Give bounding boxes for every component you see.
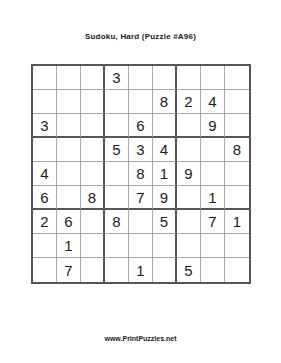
cell-r8c2[interactable]: 1 xyxy=(57,234,81,258)
cell-r1c5[interactable] xyxy=(129,66,153,90)
given-digit: 1 xyxy=(136,263,144,278)
cell-r1c8[interactable] xyxy=(201,66,225,90)
cell-r2c1[interactable] xyxy=(33,90,57,114)
cell-r7c5[interactable] xyxy=(129,210,153,234)
cell-r4c1[interactable] xyxy=(33,138,57,162)
cell-r9c8[interactable] xyxy=(201,258,225,282)
cell-r6c1[interactable]: 6 xyxy=(33,186,57,210)
cell-r7c8[interactable]: 7 xyxy=(201,210,225,234)
cell-r9c2[interactable]: 7 xyxy=(57,258,81,282)
cell-r2c4[interactable] xyxy=(105,90,129,114)
cell-r9c6[interactable] xyxy=(153,258,177,282)
given-digit: 2 xyxy=(40,214,48,229)
cell-r6c6[interactable]: 9 xyxy=(153,186,177,210)
cell-r8c6[interactable] xyxy=(153,234,177,258)
cell-r8c1[interactable] xyxy=(33,234,57,258)
cell-r9c5[interactable]: 1 xyxy=(129,258,153,282)
cell-r6c5[interactable]: 7 xyxy=(129,186,153,210)
cell-r8c7[interactable] xyxy=(177,234,201,258)
given-digit: 5 xyxy=(184,263,192,278)
given-digit: 6 xyxy=(64,214,72,229)
given-digit: 8 xyxy=(136,166,144,181)
cell-r4c7[interactable] xyxy=(177,138,201,162)
cell-r6c8[interactable]: 1 xyxy=(201,186,225,210)
given-digit: 6 xyxy=(136,118,144,133)
cell-r3c4[interactable] xyxy=(105,114,129,138)
cell-r2c9[interactable] xyxy=(225,90,249,114)
cell-r9c7[interactable]: 5 xyxy=(177,258,201,282)
cell-r1c1[interactable] xyxy=(33,66,57,90)
given-digit: 8 xyxy=(88,190,96,205)
cell-r9c4[interactable] xyxy=(105,258,129,282)
puzzle-title: Sudoku, Hard (Puzzle #A96) xyxy=(0,32,281,41)
given-digit: 3 xyxy=(136,142,144,157)
cell-r3c2[interactable] xyxy=(57,114,81,138)
cell-r8c8[interactable] xyxy=(201,234,225,258)
cell-r2c7[interactable]: 2 xyxy=(177,90,201,114)
given-digit: 6 xyxy=(40,190,48,205)
puzzle-page: Sudoku, Hard (Puzzle #A96) 3824369534848… xyxy=(0,0,281,363)
cell-r2c2[interactable] xyxy=(57,90,81,114)
cell-r5c6[interactable]: 1 xyxy=(153,162,177,186)
cell-r4c6[interactable]: 4 xyxy=(153,138,177,162)
given-digit: 4 xyxy=(208,94,216,109)
given-digit: 8 xyxy=(160,94,168,109)
cell-r6c3[interactable]: 8 xyxy=(81,186,105,210)
cell-r4c3[interactable] xyxy=(81,138,105,162)
given-digit: 5 xyxy=(160,214,168,229)
cell-r8c5[interactable] xyxy=(129,234,153,258)
given-digit: 3 xyxy=(40,118,48,133)
cell-r5c7[interactable]: 9 xyxy=(177,162,201,186)
cell-r8c4[interactable] xyxy=(105,234,129,258)
cell-r1c6[interactable] xyxy=(153,66,177,90)
footer-url: www.PrintPuzzles.net xyxy=(0,335,281,342)
cell-r5c2[interactable] xyxy=(57,162,81,186)
cell-r2c3[interactable] xyxy=(81,90,105,114)
cell-r3c1[interactable]: 3 xyxy=(33,114,57,138)
given-digit: 1 xyxy=(208,190,216,205)
cell-r6c7[interactable] xyxy=(177,186,201,210)
cell-r7c9[interactable]: 1 xyxy=(225,210,249,234)
given-digit: 9 xyxy=(208,118,216,133)
cell-r5c1[interactable]: 4 xyxy=(33,162,57,186)
cell-r1c7[interactable] xyxy=(177,66,201,90)
cell-r3c6[interactable] xyxy=(153,114,177,138)
cell-r9c3[interactable] xyxy=(81,258,105,282)
cell-r7c3[interactable] xyxy=(81,210,105,234)
cell-r2c8[interactable]: 4 xyxy=(201,90,225,114)
cell-r9c9[interactable] xyxy=(225,258,249,282)
cell-r3c8[interactable]: 9 xyxy=(201,114,225,138)
cell-r7c2[interactable]: 6 xyxy=(57,210,81,234)
cell-r6c2[interactable] xyxy=(57,186,81,210)
cell-r2c6[interactable]: 8 xyxy=(153,90,177,114)
given-digit: 1 xyxy=(64,238,72,253)
cell-r5c5[interactable]: 8 xyxy=(129,162,153,186)
given-digit: 4 xyxy=(40,166,48,181)
cell-r7c7[interactable] xyxy=(177,210,201,234)
cell-r4c5[interactable]: 3 xyxy=(129,138,153,162)
cell-r3c3[interactable] xyxy=(81,114,105,138)
cell-r5c9[interactable] xyxy=(225,162,249,186)
cell-r6c9[interactable] xyxy=(225,186,249,210)
cell-r4c8[interactable] xyxy=(201,138,225,162)
given-digit: 1 xyxy=(233,214,241,229)
given-digit: 2 xyxy=(184,94,192,109)
cell-r1c3[interactable] xyxy=(81,66,105,90)
cell-r1c2[interactable] xyxy=(57,66,81,90)
given-digit: 5 xyxy=(112,142,120,157)
given-digit: 3 xyxy=(112,70,120,85)
cell-r4c4[interactable]: 5 xyxy=(105,138,129,162)
cell-r1c9[interactable] xyxy=(225,66,249,90)
cell-r8c3[interactable] xyxy=(81,234,105,258)
cell-r5c8[interactable] xyxy=(201,162,225,186)
cell-r2c5[interactable] xyxy=(129,90,153,114)
cell-r3c5[interactable]: 6 xyxy=(129,114,153,138)
given-digit: 7 xyxy=(208,214,216,229)
sudoku-board: 382436953484819687912685711715 xyxy=(31,64,251,284)
cell-r8c9[interactable] xyxy=(225,234,249,258)
given-digit: 7 xyxy=(64,263,72,278)
cell-r9c1[interactable] xyxy=(33,258,57,282)
cell-r5c3[interactable] xyxy=(81,162,105,186)
cell-r4c2[interactable] xyxy=(57,138,81,162)
cell-r7c4[interactable]: 8 xyxy=(105,210,129,234)
cell-r5c4[interactable] xyxy=(105,162,129,186)
cell-r7c6[interactable]: 5 xyxy=(153,210,177,234)
given-digit: 9 xyxy=(184,166,192,181)
given-digit: 8 xyxy=(112,214,120,229)
cell-r3c9[interactable] xyxy=(225,114,249,138)
cell-r1c4[interactable]: 3 xyxy=(105,66,129,90)
given-digit: 1 xyxy=(160,166,168,181)
cell-r4c9[interactable]: 8 xyxy=(225,138,249,162)
cell-r3c7[interactable] xyxy=(177,114,201,138)
given-digit: 7 xyxy=(136,190,144,205)
cell-r6c4[interactable] xyxy=(105,186,129,210)
cell-r7c1[interactable]: 2 xyxy=(33,210,57,234)
given-digit: 9 xyxy=(160,190,168,205)
given-digit: 8 xyxy=(233,142,241,157)
given-digit: 4 xyxy=(160,142,168,157)
